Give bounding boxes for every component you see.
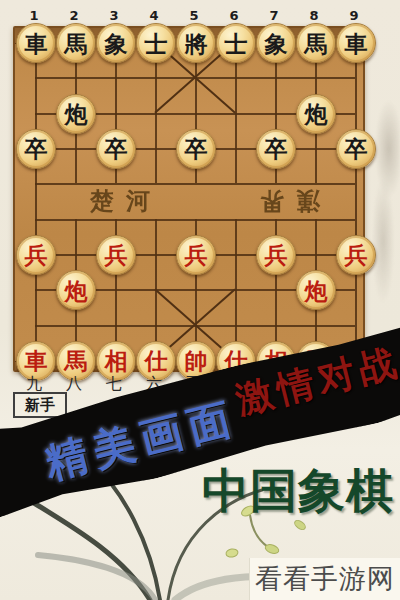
grid-line: [235, 219, 237, 360]
column-number: 9: [349, 8, 358, 23]
piece-red-兵[interactable]: 兵: [176, 235, 216, 275]
faint-ink-landscape: [372, 80, 400, 310]
piece-black-馬[interactable]: 馬: [56, 23, 96, 63]
river-label-right: 漢界: [240, 185, 340, 217]
xiangqi-app-screen: 楚河 漢界 車馬象士將士象馬車炮炮卒卒卒卒卒兵兵兵兵兵炮炮車馬相仕帥仕相馬車 新…: [0, 0, 400, 600]
column-number: 5: [189, 8, 198, 23]
piece-black-炮[interactable]: 炮: [56, 94, 96, 134]
grid-line: [235, 42, 237, 183]
watermark-site-name: 看看手游网: [249, 558, 400, 600]
river-label-left: 楚河: [70, 185, 170, 217]
piece-black-將[interactable]: 將: [176, 23, 216, 63]
column-number: 6: [229, 8, 238, 23]
column-number: 2: [69, 8, 78, 23]
piece-red-兵[interactable]: 兵: [96, 235, 136, 275]
piece-red-兵[interactable]: 兵: [336, 235, 376, 275]
piece-red-炮[interactable]: 炮: [56, 270, 96, 310]
column-number: 7: [269, 8, 278, 23]
piece-black-車[interactable]: 車: [16, 23, 56, 63]
piece-black-炮[interactable]: 炮: [296, 94, 336, 134]
grid-line: [155, 42, 157, 183]
game-title: 中国象棋: [202, 460, 394, 523]
piece-black-卒[interactable]: 卒: [256, 129, 296, 169]
piece-black-車[interactable]: 車: [336, 23, 376, 63]
piece-red-炮[interactable]: 炮: [296, 270, 336, 310]
piece-black-卒[interactable]: 卒: [176, 129, 216, 169]
piece-black-馬[interactable]: 馬: [296, 23, 336, 63]
piece-black-卒[interactable]: 卒: [336, 129, 376, 169]
grid-line: [155, 219, 157, 360]
grid-line: [355, 42, 357, 360]
file-label: 八: [66, 374, 82, 395]
piece-black-士[interactable]: 士: [136, 23, 176, 63]
grid-line: [35, 42, 37, 360]
piece-black-士[interactable]: 士: [216, 23, 256, 63]
piece-black-卒[interactable]: 卒: [16, 129, 56, 169]
file-label: 七: [106, 374, 122, 395]
piece-black-卒[interactable]: 卒: [96, 129, 136, 169]
piece-black-象[interactable]: 象: [256, 23, 296, 63]
column-number: 1: [29, 8, 38, 23]
piece-red-兵[interactable]: 兵: [256, 235, 296, 275]
xiangqi-board[interactable]: 楚河 漢界 車馬象士將士象馬車炮炮卒卒卒卒卒兵兵兵兵兵炮炮車馬相仕帥仕相馬車: [13, 26, 365, 372]
column-number: 3: [109, 8, 118, 23]
column-number: 4: [149, 8, 158, 23]
piece-red-兵[interactable]: 兵: [16, 235, 56, 275]
piece-black-象[interactable]: 象: [96, 23, 136, 63]
column-number: 8: [309, 8, 318, 23]
newbie-button[interactable]: 新手: [13, 392, 67, 418]
